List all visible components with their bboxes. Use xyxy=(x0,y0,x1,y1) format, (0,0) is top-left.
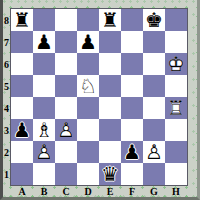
square-h5[interactable] xyxy=(165,75,187,97)
piece-black-queen: ♛ xyxy=(99,163,121,185)
square-d3[interactable] xyxy=(77,119,99,141)
square-e3[interactable] xyxy=(99,119,121,141)
square-f6[interactable] xyxy=(121,53,143,75)
square-b1[interactable] xyxy=(33,163,55,185)
piece-white-knight: ♞♘ xyxy=(77,75,99,97)
square-g1[interactable] xyxy=(143,163,165,185)
file-label-E: E xyxy=(99,186,121,197)
square-d6[interactable] xyxy=(77,53,99,75)
rank-label-5: 5 xyxy=(3,75,10,97)
piece-white-rook: ♜♖ xyxy=(165,97,187,119)
piece-black-rook: ♜ xyxy=(11,9,33,31)
piece-black-pawn: ♟ xyxy=(33,31,55,53)
square-f4[interactable] xyxy=(121,97,143,119)
square-c6[interactable] xyxy=(55,53,77,75)
piece-black-pawn: ♟ xyxy=(11,119,33,141)
square-a1[interactable] xyxy=(11,163,33,185)
square-e4[interactable] xyxy=(99,97,121,119)
square-f7[interactable] xyxy=(121,31,143,53)
square-b3[interactable]: ♝♗ xyxy=(33,119,55,141)
square-h7[interactable] xyxy=(165,31,187,53)
piece-black-pawn: ♟ xyxy=(121,141,143,163)
square-e6[interactable] xyxy=(99,53,121,75)
piece-black-rook: ♜ xyxy=(99,9,121,31)
square-d8[interactable] xyxy=(77,9,99,31)
square-e8[interactable]: ♜ xyxy=(99,9,121,31)
square-c8[interactable] xyxy=(55,9,77,31)
square-g4[interactable] xyxy=(143,97,165,119)
square-g7[interactable] xyxy=(143,31,165,53)
square-d7[interactable]: ♟ xyxy=(77,31,99,53)
square-d2[interactable] xyxy=(77,141,99,163)
square-h8[interactable] xyxy=(165,9,187,31)
square-g5[interactable] xyxy=(143,75,165,97)
square-f2[interactable]: ♟ xyxy=(121,141,143,163)
square-h6[interactable]: ♚♔ xyxy=(165,53,187,75)
square-h1[interactable] xyxy=(165,163,187,185)
rank-label-3: 3 xyxy=(3,119,10,141)
rank-labels: 87654321 xyxy=(3,9,10,185)
square-b7[interactable]: ♟ xyxy=(33,31,55,53)
square-c4[interactable] xyxy=(55,97,77,119)
square-b8[interactable] xyxy=(33,9,55,31)
square-d1[interactable] xyxy=(77,163,99,185)
square-f5[interactable] xyxy=(121,75,143,97)
square-h4[interactable]: ♜♖ xyxy=(165,97,187,119)
square-d4[interactable] xyxy=(77,97,99,119)
square-a3[interactable]: ♟ xyxy=(11,119,33,141)
square-b6[interactable] xyxy=(33,53,55,75)
rank-label-8: 8 xyxy=(3,9,10,31)
square-a5[interactable] xyxy=(11,75,33,97)
square-c1[interactable] xyxy=(55,163,77,185)
file-label-B: B xyxy=(33,186,55,197)
square-c5[interactable] xyxy=(55,75,77,97)
rank-label-7: 7 xyxy=(3,31,10,53)
square-c2[interactable] xyxy=(55,141,77,163)
square-a7[interactable] xyxy=(11,31,33,53)
square-a2[interactable] xyxy=(11,141,33,163)
square-a4[interactable] xyxy=(11,97,33,119)
square-g6[interactable] xyxy=(143,53,165,75)
rank-label-4: 4 xyxy=(3,97,10,119)
square-a6[interactable] xyxy=(11,53,33,75)
square-e1[interactable]: ♛ xyxy=(99,163,121,185)
square-b2[interactable]: ♟♙ xyxy=(33,141,55,163)
square-f3[interactable] xyxy=(121,119,143,141)
file-labels: ABCDEFGH xyxy=(11,186,187,197)
square-b4[interactable] xyxy=(33,97,55,119)
square-a8[interactable]: ♜ xyxy=(11,9,33,31)
file-label-G: G xyxy=(143,186,165,197)
rank-label-6: 6 xyxy=(3,53,10,75)
square-e7[interactable] xyxy=(99,31,121,53)
square-e5[interactable] xyxy=(99,75,121,97)
chess-board: ♜♜♚♟♟♚♔♞♘♜♖♟♝♗♟♙♟♙♟♟♙♛ xyxy=(10,8,188,186)
piece-black-king: ♚ xyxy=(143,9,165,31)
square-e2[interactable] xyxy=(99,141,121,163)
piece-black-pawn: ♟ xyxy=(77,31,99,53)
chess-diagram-window: 87654321 ♜♜♚♟♟♚♔♞♘♜♖♟♝♗♟♙♟♙♟♟♙♛ ABCDEFGH xyxy=(0,0,200,200)
file-label-D: D xyxy=(77,186,99,197)
square-f8[interactable] xyxy=(121,9,143,31)
square-c3[interactable]: ♟♙ xyxy=(55,119,77,141)
piece-white-pawn: ♟♙ xyxy=(55,119,77,141)
piece-white-king: ♚♔ xyxy=(165,53,187,75)
file-label-H: H xyxy=(165,186,187,197)
file-label-A: A xyxy=(11,186,33,197)
square-g3[interactable] xyxy=(143,119,165,141)
square-g2[interactable]: ♟♙ xyxy=(143,141,165,163)
square-h3[interactable] xyxy=(165,119,187,141)
file-label-F: F xyxy=(121,186,143,197)
piece-white-bishop: ♝♗ xyxy=(33,119,55,141)
square-h2[interactable] xyxy=(165,141,187,163)
piece-white-pawn: ♟♙ xyxy=(33,141,55,163)
file-label-C: C xyxy=(55,186,77,197)
square-f1[interactable] xyxy=(121,163,143,185)
rank-label-2: 2 xyxy=(3,141,10,163)
square-d5[interactable]: ♞♘ xyxy=(77,75,99,97)
square-b5[interactable] xyxy=(33,75,55,97)
rank-label-1: 1 xyxy=(3,163,10,185)
piece-white-pawn: ♟♙ xyxy=(143,141,165,163)
square-c7[interactable] xyxy=(55,31,77,53)
square-g8[interactable]: ♚ xyxy=(143,9,165,31)
